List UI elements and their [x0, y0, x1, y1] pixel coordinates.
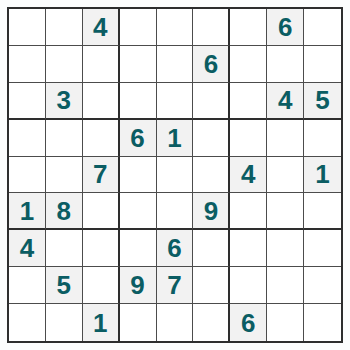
cell-r3c4[interactable] — [120, 83, 157, 120]
cell-r4c6[interactable] — [193, 120, 230, 157]
cell-r3c6[interactable] — [193, 83, 230, 120]
cell-r5c5[interactable] — [157, 157, 194, 194]
cell-r7c4[interactable] — [120, 230, 157, 267]
cell-r1c8: 6 — [267, 9, 304, 46]
cell-r1c2[interactable] — [46, 9, 83, 46]
cell-r8c5: 7 — [157, 267, 194, 304]
cell-r5c1[interactable] — [9, 157, 46, 194]
cell-r3c1[interactable] — [9, 83, 46, 120]
cell-r4c4: 6 — [120, 120, 157, 157]
cell-r9c3: 1 — [83, 304, 120, 341]
cell-r1c3: 4 — [83, 9, 120, 46]
sudoku-board: 466345617411894659716 — [7, 7, 343, 343]
cell-r4c5: 1 — [157, 120, 194, 157]
cell-r7c7[interactable] — [230, 230, 267, 267]
cell-r9c4[interactable] — [120, 304, 157, 341]
cell-r2c7[interactable] — [230, 46, 267, 83]
cell-r6c3[interactable] — [83, 193, 120, 230]
cell-r5c8[interactable] — [267, 157, 304, 194]
cell-r8c7[interactable] — [230, 267, 267, 304]
cell-r6c4[interactable] — [120, 193, 157, 230]
cell-r5c3: 7 — [83, 157, 120, 194]
cell-r6c6: 9 — [193, 193, 230, 230]
cell-r2c1[interactable] — [9, 46, 46, 83]
cell-r5c2[interactable] — [46, 157, 83, 194]
cell-r7c9[interactable] — [304, 230, 341, 267]
cell-r2c9[interactable] — [304, 46, 341, 83]
cell-r3c2: 3 — [46, 83, 83, 120]
cell-r7c6[interactable] — [193, 230, 230, 267]
cell-r4c3[interactable] — [83, 120, 120, 157]
cell-r4c2[interactable] — [46, 120, 83, 157]
cell-r9c5[interactable] — [157, 304, 194, 341]
cell-r4c9[interactable] — [304, 120, 341, 157]
cell-r9c1[interactable] — [9, 304, 46, 341]
cell-r7c8[interactable] — [267, 230, 304, 267]
cell-r7c5: 6 — [157, 230, 194, 267]
cell-r1c9[interactable] — [304, 9, 341, 46]
cell-r2c5[interactable] — [157, 46, 194, 83]
cell-r7c1: 4 — [9, 230, 46, 267]
cell-r8c1[interactable] — [9, 267, 46, 304]
cell-r6c9[interactable] — [304, 193, 341, 230]
cell-r2c2[interactable] — [46, 46, 83, 83]
cell-r9c8[interactable] — [267, 304, 304, 341]
cell-r8c6[interactable] — [193, 267, 230, 304]
cell-r2c4[interactable] — [120, 46, 157, 83]
cell-r9c7: 6 — [230, 304, 267, 341]
cell-r8c8[interactable] — [267, 267, 304, 304]
cell-r6c8[interactable] — [267, 193, 304, 230]
cell-r3c7[interactable] — [230, 83, 267, 120]
cell-r7c3[interactable] — [83, 230, 120, 267]
cell-r9c9[interactable] — [304, 304, 341, 341]
cell-r2c6: 6 — [193, 46, 230, 83]
cell-r1c5[interactable] — [157, 9, 194, 46]
cell-r3c8: 4 — [267, 83, 304, 120]
cell-r1c6[interactable] — [193, 9, 230, 46]
cell-r4c8[interactable] — [267, 120, 304, 157]
cell-r3c3[interactable] — [83, 83, 120, 120]
cell-r9c2[interactable] — [46, 304, 83, 341]
cell-r8c9[interactable] — [304, 267, 341, 304]
cell-r8c4: 9 — [120, 267, 157, 304]
cell-r3c9: 5 — [304, 83, 341, 120]
cell-r2c8[interactable] — [267, 46, 304, 83]
cell-r5c9: 1 — [304, 157, 341, 194]
cell-r6c7[interactable] — [230, 193, 267, 230]
cell-r4c1[interactable] — [9, 120, 46, 157]
cell-r2c3[interactable] — [83, 46, 120, 83]
cell-r9c6[interactable] — [193, 304, 230, 341]
cell-r6c1: 1 — [9, 193, 46, 230]
cell-r5c4[interactable] — [120, 157, 157, 194]
cell-r1c7[interactable] — [230, 9, 267, 46]
cell-r6c5[interactable] — [157, 193, 194, 230]
cell-r4c7[interactable] — [230, 120, 267, 157]
cell-r5c7: 4 — [230, 157, 267, 194]
cell-r1c1[interactable] — [9, 9, 46, 46]
cell-r8c3[interactable] — [83, 267, 120, 304]
cell-r7c2[interactable] — [46, 230, 83, 267]
cell-r3c5[interactable] — [157, 83, 194, 120]
cell-r1c4[interactable] — [120, 9, 157, 46]
cell-r5c6[interactable] — [193, 157, 230, 194]
cell-r8c2: 5 — [46, 267, 83, 304]
cell-r6c2: 8 — [46, 193, 83, 230]
